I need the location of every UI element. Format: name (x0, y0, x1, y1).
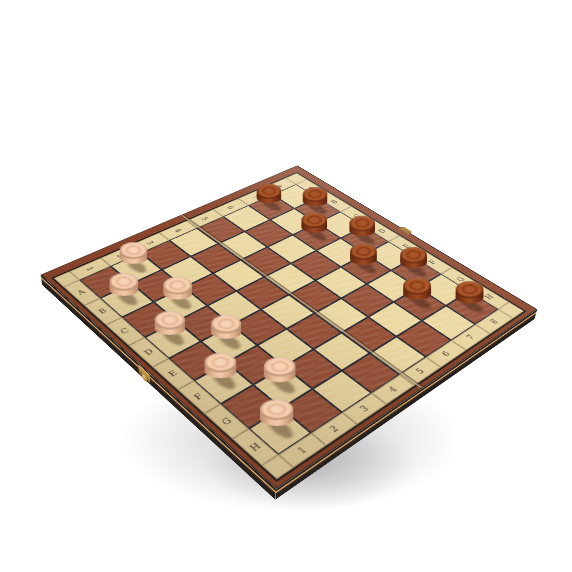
coordinate-label: 4 (387, 385, 400, 394)
square-d3[interactable] (207, 291, 261, 325)
coordinate-label: 7 (251, 194, 261, 199)
coordinate-label: 3 (358, 404, 371, 414)
clasp-tab-far-edge (399, 226, 413, 234)
coordinate-label: A (307, 186, 317, 191)
square-c2[interactable] (154, 287, 208, 321)
coordinate-label: C (352, 213, 363, 219)
coordinate-label: F (428, 259, 439, 266)
square-f1[interactable] (194, 363, 253, 405)
coordinate-label: 2 (115, 252, 126, 258)
square-e3[interactable] (232, 309, 287, 345)
coordinate-label: 6 (226, 205, 236, 210)
square-c1[interactable] (122, 302, 177, 337)
coordinate-label: H (248, 441, 263, 453)
square-h4[interactable] (342, 353, 400, 393)
square-e1[interactable] (169, 341, 227, 380)
coordinate-label: F (193, 392, 206, 402)
square-h7[interactable] (422, 306, 476, 341)
coordinate-label: B (329, 199, 339, 205)
coordinate-label: E (401, 243, 412, 249)
coordinate-label: B (97, 307, 109, 315)
coordinate-label: D (376, 228, 387, 234)
coordinate-label: 7 (465, 333, 477, 341)
square-g2[interactable] (253, 367, 312, 409)
folding-chessboard: ABCDEFGH8877665544332211ABCDEFGH (41, 165, 538, 489)
coordinate-label: 8 (489, 318, 501, 326)
coordinate-label: C (119, 327, 131, 336)
square-d1[interactable] (145, 321, 201, 358)
coordinate-label: G (454, 276, 466, 283)
label-strip-corner (262, 455, 294, 480)
coordinate-label: 5 (414, 367, 426, 376)
square-g5[interactable] (342, 317, 397, 353)
square-g3[interactable] (284, 349, 342, 389)
square-h6[interactable] (396, 321, 451, 357)
square-f5[interactable] (315, 298, 369, 332)
square-f3[interactable] (257, 329, 313, 367)
product-photo-stage: ABCDEFGH8877665544332211ABCDEFGH (0, 0, 572, 572)
square-e4[interactable] (261, 295, 315, 329)
square-d2[interactable] (177, 306, 232, 342)
coordinate-label: E (167, 369, 180, 378)
coordinate-label: 1 (84, 266, 96, 272)
square-g1[interactable] (221, 385, 282, 429)
square-h2[interactable] (281, 389, 342, 433)
perspective-scene: ABCDEFGH8877665544332211ABCDEFGH (0, 0, 572, 572)
board-top-face: ABCDEFGH8877665544332211ABCDEFGH (41, 165, 538, 489)
coordinate-label: 3 (145, 240, 156, 246)
square-b1[interactable] (100, 284, 154, 318)
square-g6[interactable] (368, 302, 422, 337)
coordinate-label: 4 (173, 228, 184, 234)
coordinate-label: 2 (328, 424, 341, 434)
square-h3[interactable] (312, 371, 371, 413)
square-h5[interactable] (370, 337, 426, 375)
square-g4[interactable] (314, 333, 370, 371)
square-e2[interactable] (201, 325, 257, 362)
board-frame: ABCDEFGH8877665544332211ABCDEFGH (51, 172, 527, 482)
coordinate-label: 5 (200, 216, 210, 221)
coordinate-label: 8 (274, 184, 284, 189)
coordinate-label: 6 (440, 350, 452, 358)
coordinate-label: 1 (296, 445, 309, 456)
square-h1[interactable] (249, 408, 311, 454)
coordinate-label: D (142, 347, 155, 356)
square-f4[interactable] (287, 313, 342, 349)
coordinate-label: G (219, 416, 233, 427)
square-f2[interactable] (226, 345, 284, 385)
coordinate-label: A (76, 289, 87, 297)
coordinate-label: H (483, 293, 496, 301)
